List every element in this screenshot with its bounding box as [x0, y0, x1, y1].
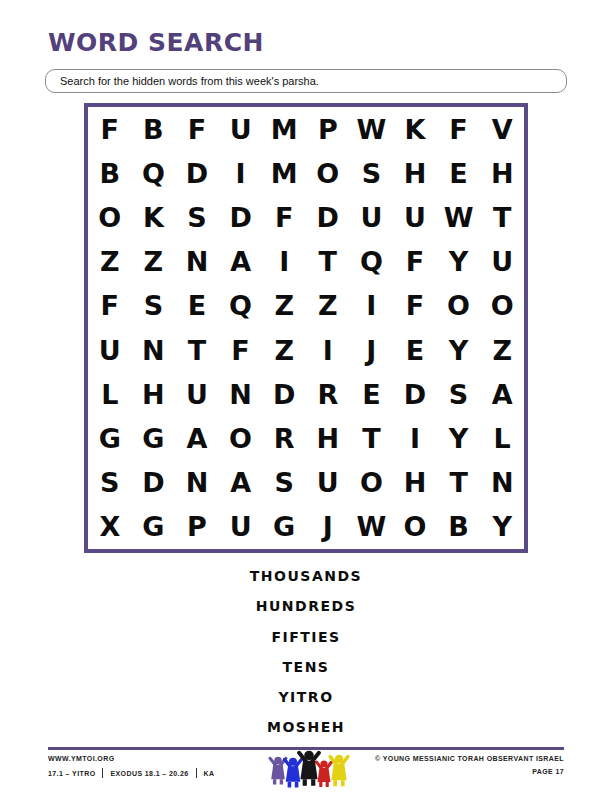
- grid-cell: L: [88, 372, 132, 416]
- separator: [196, 768, 197, 778]
- grid-cell: W: [437, 195, 481, 239]
- grid-cell: I: [262, 240, 306, 284]
- grid-cell: G: [88, 416, 132, 460]
- grid-cell: Y: [480, 505, 524, 549]
- grid-cell: U: [88, 328, 132, 372]
- grid-cell: B: [132, 107, 176, 151]
- grid-cell: E: [350, 372, 394, 416]
- grid-cell: B: [437, 505, 481, 549]
- grid-cell: E: [393, 328, 437, 372]
- grid-cell: T: [175, 328, 219, 372]
- grid-cell: A: [219, 461, 263, 505]
- grid-cell: G: [132, 505, 176, 549]
- grid-cell: K: [132, 195, 176, 239]
- word-list: THOUSANDS HUNDREDS FIFTIES TENS YITRO MO…: [0, 561, 612, 743]
- grid-cell: G: [132, 416, 176, 460]
- word-item: YITRO: [0, 682, 612, 712]
- grid-cell: T: [480, 195, 524, 239]
- grid-cell: D: [262, 372, 306, 416]
- footer-lesson-line: 17.1 – YITRO EXODUS 18.1 – 20.26 KA: [48, 768, 214, 778]
- grid-cell: T: [306, 240, 350, 284]
- grid-cell: I: [306, 328, 350, 372]
- grid-cell: O: [306, 151, 350, 195]
- grid-cell: O: [350, 461, 394, 505]
- grid-cell: Q: [132, 151, 176, 195]
- grid-cell: A: [219, 240, 263, 284]
- grid-cell: D: [132, 461, 176, 505]
- footer-website: WWW.YMTOI.ORG: [48, 755, 214, 762]
- grid-cell: S: [175, 195, 219, 239]
- grid-cell: D: [393, 372, 437, 416]
- footer-copyright: © YOUNG MESSIANIC TORAH OBSERVANT ISRAEL: [375, 755, 564, 762]
- grid-cell: S: [88, 461, 132, 505]
- instruction-box: Search for the hidden words from this we…: [45, 69, 567, 93]
- grid-cell: M: [262, 107, 306, 151]
- grid-cell: V: [480, 107, 524, 151]
- grid-cell: F: [393, 284, 437, 328]
- grid-cell: Z: [132, 240, 176, 284]
- grid-cell: E: [437, 151, 481, 195]
- grid-cell: R: [262, 416, 306, 460]
- logo-figure-blue: [285, 758, 302, 788]
- grid-cell: S: [437, 372, 481, 416]
- logo-figure-red: [317, 760, 332, 787]
- grid-cell: I: [393, 416, 437, 460]
- grid-cell: U: [219, 505, 263, 549]
- ymtoi-logo: [267, 745, 351, 791]
- grid-cell: O: [393, 505, 437, 549]
- grid-cell: W: [350, 505, 394, 549]
- grid-cell: H: [132, 372, 176, 416]
- grid-cell: S: [132, 284, 176, 328]
- grid-cell: E: [175, 284, 219, 328]
- grid-cell: H: [306, 416, 350, 460]
- grid-cell: K: [393, 107, 437, 151]
- grid-cell: D: [306, 195, 350, 239]
- footer-scripture: EXODUS 18.1 – 20.26: [110, 770, 188, 777]
- grid-cell: Z: [306, 284, 350, 328]
- grid-cell: U: [393, 195, 437, 239]
- grid-cell: O: [437, 284, 481, 328]
- footer-initials: KA: [204, 770, 215, 777]
- grid-cell: H: [480, 151, 524, 195]
- grid-cell: S: [262, 461, 306, 505]
- grid-cell: Y: [437, 416, 481, 460]
- word-item: TENS: [0, 652, 612, 682]
- grid-cell: I: [219, 151, 263, 195]
- grid-cell: W: [350, 107, 394, 151]
- logo-figure-black: [299, 751, 319, 786]
- grid-cell: O: [88, 195, 132, 239]
- word-item: FIFTIES: [0, 622, 612, 652]
- grid-cell: Q: [350, 240, 394, 284]
- grid-cell: Y: [437, 240, 481, 284]
- logo-figure-purple: [270, 757, 286, 785]
- grid-cell: T: [437, 461, 481, 505]
- grid-cell: F: [393, 240, 437, 284]
- grid-cell: F: [88, 107, 132, 151]
- worksheet-page: WORD SEARCH Search for the hidden words …: [0, 0, 612, 792]
- grid-cell: J: [350, 328, 394, 372]
- grid-cell: H: [393, 461, 437, 505]
- grid-cell: Y: [437, 328, 481, 372]
- grid-cell: U: [175, 372, 219, 416]
- footer-left: WWW.YMTOI.ORG 17.1 – YITRO EXODUS 18.1 –…: [48, 755, 214, 778]
- grid-cell: J: [306, 505, 350, 549]
- grid-cell: H: [393, 151, 437, 195]
- footer-page-number: PAGE 17: [375, 768, 564, 775]
- grid-cell: S: [350, 151, 394, 195]
- grid-cell: I: [350, 284, 394, 328]
- word-item: THOUSANDS: [0, 561, 612, 591]
- word-item: MOSHEH: [0, 712, 612, 742]
- grid-cell: F: [437, 107, 481, 151]
- grid-cell: N: [219, 372, 263, 416]
- grid-cell: U: [306, 461, 350, 505]
- grid-cell: A: [175, 416, 219, 460]
- grid-cell: N: [175, 461, 219, 505]
- grid-cell: N: [480, 461, 524, 505]
- grid-cell: R: [306, 372, 350, 416]
- grid-cell: L: [480, 416, 524, 460]
- grid-cell: P: [175, 505, 219, 549]
- footer-right: © YOUNG MESSIANIC TORAH OBSERVANT ISRAEL…: [375, 755, 564, 775]
- grid-cell: O: [219, 416, 263, 460]
- grid-cell: M: [262, 151, 306, 195]
- page-title: WORD SEARCH: [48, 28, 264, 57]
- instruction-text: Search for the hidden words from this we…: [60, 75, 319, 87]
- grid-cell: F: [219, 328, 263, 372]
- footer-lesson: 17.1 – YITRO: [48, 770, 95, 777]
- grid-cell: F: [88, 284, 132, 328]
- grid-cell: F: [175, 107, 219, 151]
- grid-cell: P: [306, 107, 350, 151]
- grid-cell: Q: [219, 284, 263, 328]
- grid-cell: U: [219, 107, 263, 151]
- word-item: HUNDREDS: [0, 591, 612, 621]
- grid-cell: D: [219, 195, 263, 239]
- word-grid: FBFUMPWKFVBQDIMOSHEHOKSDFDUUWTZZNAITQFYU…: [84, 103, 528, 553]
- grid-cell: Z: [262, 328, 306, 372]
- grid-cell: B: [88, 151, 132, 195]
- grid-cell: Z: [262, 284, 306, 328]
- grid-cell: U: [350, 195, 394, 239]
- separator: [102, 768, 103, 778]
- grid-cell: T: [350, 416, 394, 460]
- grid-cell: G: [262, 505, 306, 549]
- grid-cell: O: [480, 284, 524, 328]
- grid-cell: N: [132, 328, 176, 372]
- logo-figure-yellow: [330, 755, 348, 786]
- grid-cell: F: [262, 195, 306, 239]
- grid-cell: U: [480, 240, 524, 284]
- grid-cell: Z: [88, 240, 132, 284]
- grid-cell: D: [175, 151, 219, 195]
- grid-cell: X: [88, 505, 132, 549]
- grid-cell: N: [175, 240, 219, 284]
- grid-cell: Z: [480, 328, 524, 372]
- grid-cell: A: [480, 372, 524, 416]
